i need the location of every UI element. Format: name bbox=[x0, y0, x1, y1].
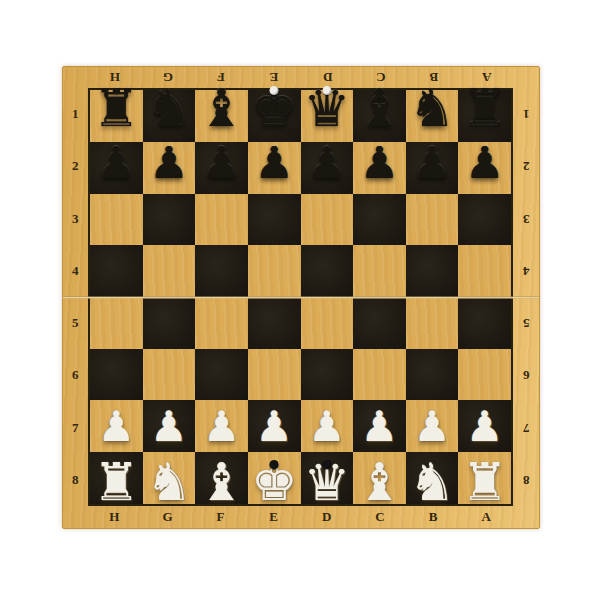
rank-label-left-8: 8 bbox=[63, 454, 88, 506]
file-labels-top: HGFEDCBA bbox=[88, 67, 513, 88]
piece-black-king[interactable]: ♚ bbox=[251, 82, 298, 134]
rank-label-right-1: 1 bbox=[513, 88, 539, 140]
rank-label-left-1: 1 bbox=[63, 88, 88, 140]
file-label-bottom-f: F bbox=[194, 506, 247, 528]
piece-black-pawn[interactable]: ♟ bbox=[254, 141, 293, 185]
file-labels-bottom: HGFEDCBA bbox=[88, 506, 513, 528]
square-h1[interactable]: ♜ bbox=[90, 90, 143, 142]
square-f3[interactable] bbox=[195, 194, 248, 246]
file-label-bottom-b: B bbox=[407, 506, 460, 528]
piece-black-pawn[interactable]: ♟ bbox=[149, 141, 188, 185]
piece-black-pawn[interactable]: ♟ bbox=[307, 141, 346, 185]
piece-white-rook[interactable]: ♜ bbox=[461, 456, 508, 508]
file-label-bottom-e: E bbox=[247, 506, 300, 528]
square-g2[interactable]: ♟ bbox=[143, 142, 196, 194]
square-c2[interactable]: ♟ bbox=[353, 142, 406, 194]
square-d7[interactable]: ♟ bbox=[301, 400, 354, 452]
square-b1[interactable]: ♞ bbox=[406, 90, 459, 142]
rank-label-left-2: 2 bbox=[63, 140, 88, 192]
square-a1[interactable]: ♜ bbox=[458, 90, 511, 142]
rank-labels-right: 12345678 bbox=[513, 88, 539, 506]
rank-label-left-5: 5 bbox=[63, 297, 88, 349]
file-label-top-e: E bbox=[247, 67, 300, 88]
piece-white-pawn[interactable]: ♟ bbox=[255, 406, 293, 448]
wooden-board: HGFEDCBA HGFEDCBA 12345678 12345678 ♜♞♝♚… bbox=[62, 66, 540, 529]
square-e6[interactable] bbox=[248, 349, 301, 401]
square-d1[interactable]: ♛ bbox=[301, 90, 354, 142]
square-g7[interactable]: ♟ bbox=[143, 400, 196, 452]
piece-black-pawn[interactable]: ♟ bbox=[465, 141, 504, 185]
rank-label-right-5: 5 bbox=[513, 297, 539, 349]
file-label-top-h: H bbox=[88, 67, 141, 88]
square-h3[interactable] bbox=[90, 194, 143, 246]
piece-white-queen[interactable]: ♛ bbox=[304, 456, 351, 508]
square-c5[interactable] bbox=[353, 297, 406, 349]
piece-black-knight[interactable]: ♞ bbox=[409, 82, 456, 134]
rank-label-left-6: 6 bbox=[63, 349, 88, 401]
piece-black-rook[interactable]: ♜ bbox=[461, 82, 508, 134]
file-label-bottom-d: D bbox=[301, 506, 354, 528]
rank-label-right-7: 7 bbox=[513, 402, 539, 454]
rank-label-right-4: 4 bbox=[513, 245, 539, 297]
piece-white-knight[interactable]: ♞ bbox=[146, 456, 193, 508]
square-h7[interactable]: ♟ bbox=[90, 400, 143, 452]
square-e1[interactable]: ♚ bbox=[248, 90, 301, 142]
file-label-top-c: C bbox=[354, 67, 407, 88]
square-b7[interactable]: ♟ bbox=[406, 400, 459, 452]
file-label-bottom-c: C bbox=[354, 506, 407, 528]
square-h8[interactable]: ♜ bbox=[90, 452, 143, 504]
square-b4[interactable] bbox=[406, 245, 459, 297]
square-b5[interactable] bbox=[406, 297, 459, 349]
piece-white-pawn[interactable]: ♟ bbox=[97, 406, 135, 448]
file-label-top-g: G bbox=[141, 67, 194, 88]
black-finial-tip bbox=[322, 460, 331, 469]
square-f7[interactable]: ♟ bbox=[195, 400, 248, 452]
square-d4[interactable] bbox=[301, 245, 354, 297]
piece-white-bishop[interactable]: ♝ bbox=[356, 456, 403, 508]
rank-label-left-4: 4 bbox=[63, 245, 88, 297]
file-label-top-f: F bbox=[194, 67, 247, 88]
piece-white-pawn[interactable]: ♟ bbox=[413, 406, 451, 448]
file-label-top-b: B bbox=[407, 67, 460, 88]
chess-board: ♜♞♝♚♛♝♞♜♟♟♟♟♟♟♟♟♟♟♟♟♟♟♟♟♜♞♝♚♛♝♞♜ bbox=[88, 88, 513, 506]
piece-white-pawn[interactable]: ♟ bbox=[203, 406, 241, 448]
square-d3[interactable] bbox=[301, 194, 354, 246]
square-g8[interactable]: ♞ bbox=[143, 452, 196, 504]
square-a5[interactable] bbox=[458, 297, 511, 349]
piece-black-rook[interactable]: ♜ bbox=[93, 82, 140, 134]
square-f1[interactable]: ♝ bbox=[195, 90, 248, 142]
square-h6[interactable] bbox=[90, 349, 143, 401]
file-label-bottom-h: H bbox=[88, 506, 141, 528]
rank-label-left-3: 3 bbox=[63, 193, 88, 245]
square-e8[interactable]: ♚ bbox=[248, 452, 301, 504]
piece-black-pawn[interactable]: ♟ bbox=[97, 141, 136, 185]
square-e3[interactable] bbox=[248, 194, 301, 246]
square-h5[interactable] bbox=[90, 297, 143, 349]
piece-white-pawn[interactable]: ♟ bbox=[466, 406, 504, 448]
square-b6[interactable] bbox=[406, 349, 459, 401]
square-e2[interactable]: ♟ bbox=[248, 142, 301, 194]
square-a2[interactable]: ♟ bbox=[458, 142, 511, 194]
square-f5[interactable] bbox=[195, 297, 248, 349]
square-h2[interactable]: ♟ bbox=[90, 142, 143, 194]
rank-label-right-3: 3 bbox=[513, 193, 539, 245]
file-label-top-a: A bbox=[460, 67, 513, 88]
square-c6[interactable] bbox=[353, 349, 406, 401]
square-c3[interactable] bbox=[353, 194, 406, 246]
rank-label-left-7: 7 bbox=[63, 402, 88, 454]
rank-labels-left: 12345678 bbox=[63, 88, 88, 506]
square-f8[interactable]: ♝ bbox=[195, 452, 248, 504]
white-finial-tip bbox=[322, 86, 331, 95]
square-g5[interactable] bbox=[143, 297, 196, 349]
file-label-bottom-g: G bbox=[141, 506, 194, 528]
piece-black-pawn[interactable]: ♟ bbox=[360, 141, 399, 185]
square-c1[interactable]: ♝ bbox=[353, 90, 406, 142]
piece-white-bishop[interactable]: ♝ bbox=[198, 456, 245, 508]
piece-black-pawn[interactable]: ♟ bbox=[202, 141, 241, 185]
square-d8[interactable]: ♛ bbox=[301, 452, 354, 504]
square-b2[interactable]: ♟ bbox=[406, 142, 459, 194]
square-a6[interactable] bbox=[458, 349, 511, 401]
square-g1[interactable]: ♞ bbox=[143, 90, 196, 142]
piece-white-pawn[interactable]: ♟ bbox=[308, 406, 346, 448]
square-h4[interactable] bbox=[90, 245, 143, 297]
rank-label-right-8: 8 bbox=[513, 454, 539, 506]
square-a7[interactable]: ♟ bbox=[458, 400, 511, 452]
piece-black-knight[interactable]: ♞ bbox=[146, 82, 193, 134]
square-a3[interactable] bbox=[458, 194, 511, 246]
square-c8[interactable]: ♝ bbox=[353, 452, 406, 504]
square-g6[interactable] bbox=[143, 349, 196, 401]
square-f4[interactable] bbox=[195, 245, 248, 297]
rank-label-right-2: 2 bbox=[513, 140, 539, 192]
file-label-bottom-a: A bbox=[460, 506, 513, 528]
square-d5[interactable] bbox=[301, 297, 354, 349]
square-c7[interactable]: ♟ bbox=[353, 400, 406, 452]
square-a4[interactable] bbox=[458, 245, 511, 297]
square-e4[interactable] bbox=[248, 245, 301, 297]
piece-white-king[interactable]: ♚ bbox=[251, 456, 298, 508]
square-d2[interactable]: ♟ bbox=[301, 142, 354, 194]
square-g4[interactable] bbox=[143, 245, 196, 297]
piece-white-pawn[interactable]: ♟ bbox=[150, 406, 188, 448]
white-finial-tip bbox=[270, 86, 279, 95]
rank-label-right-6: 6 bbox=[513, 349, 539, 401]
square-e5[interactable] bbox=[248, 297, 301, 349]
piece-white-pawn[interactable]: ♟ bbox=[361, 406, 399, 448]
square-d6[interactable] bbox=[301, 349, 354, 401]
square-f2[interactable]: ♟ bbox=[195, 142, 248, 194]
piece-black-bishop[interactable]: ♝ bbox=[198, 82, 245, 134]
square-a8[interactable]: ♜ bbox=[458, 452, 511, 504]
square-c4[interactable] bbox=[353, 245, 406, 297]
piece-black-queen[interactable]: ♛ bbox=[304, 82, 351, 134]
square-b8[interactable]: ♞ bbox=[406, 452, 459, 504]
file-label-top-d: D bbox=[301, 67, 354, 88]
board-photo: HGFEDCBA HGFEDCBA 12345678 12345678 ♜♞♝♚… bbox=[0, 0, 600, 600]
piece-white-rook[interactable]: ♜ bbox=[93, 456, 140, 508]
square-f6[interactable] bbox=[195, 349, 248, 401]
piece-white-knight[interactable]: ♞ bbox=[409, 456, 456, 508]
piece-black-pawn[interactable]: ♟ bbox=[412, 141, 451, 185]
square-g3[interactable] bbox=[143, 194, 196, 246]
black-finial-tip bbox=[270, 460, 279, 469]
piece-black-bishop[interactable]: ♝ bbox=[356, 82, 403, 134]
square-b3[interactable] bbox=[406, 194, 459, 246]
square-e7[interactable]: ♟ bbox=[248, 400, 301, 452]
